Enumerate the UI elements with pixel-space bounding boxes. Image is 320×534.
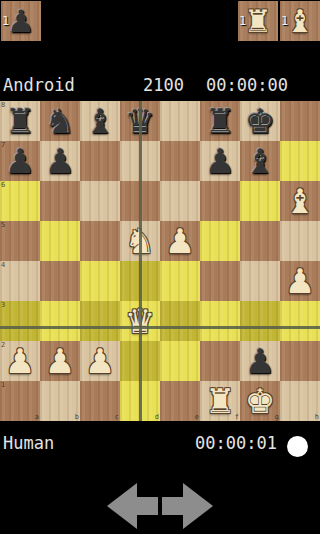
bottom-player-row: Human 00:00:01: [0, 433, 320, 457]
rank-label: 4: [1, 262, 5, 269]
captured-by-white-tray: 1♟: [0, 0, 120, 42]
square-f6[interactable]: [200, 181, 240, 221]
square-h7[interactable]: [280, 141, 320, 181]
square-a5[interactable]: 5: [0, 221, 40, 261]
captured-tile-white-rook: 1♜: [238, 1, 278, 41]
left-arrow-icon: [107, 483, 137, 529]
bottom-player-clock: 00:00:01: [195, 433, 277, 453]
chess-app-screen: 1♟ 1♜1♝ Android 2100 00:00:00 8♜♞♝♛♜♚7♟♟…: [0, 0, 320, 534]
square-h1[interactable]: h: [280, 381, 320, 421]
square-c7[interactable]: [80, 141, 120, 181]
black-bishop-g7: ♝: [240, 141, 280, 181]
right-arrow-icon: [183, 483, 213, 529]
top-player-clock: 00:00:00: [206, 75, 288, 95]
black-pawn-f7: ♟: [200, 141, 240, 181]
square-a4[interactable]: 4: [0, 261, 40, 301]
white-knight-d5: ♞: [120, 221, 160, 261]
square-c3[interactable]: [80, 301, 120, 341]
square-b2[interactable]: ♟: [40, 341, 80, 381]
square-g4[interactable]: [240, 261, 280, 301]
captured-by-black-tray: 1♜1♝: [200, 0, 320, 42]
square-e8[interactable]: [160, 101, 200, 141]
square-f3[interactable]: [200, 301, 240, 341]
square-g1[interactable]: g♚: [240, 381, 280, 421]
square-d2[interactable]: [120, 341, 160, 381]
white-bishop-h6: ♝: [280, 181, 320, 221]
rank-label: 5: [1, 222, 5, 229]
square-h8[interactable]: [280, 101, 320, 141]
square-g5[interactable]: [240, 221, 280, 261]
square-f7[interactable]: ♟: [200, 141, 240, 181]
square-e6[interactable]: [160, 181, 200, 221]
next-move-button[interactable]: [162, 483, 213, 529]
square-d7[interactable]: [120, 141, 160, 181]
square-d8[interactable]: ♛: [120, 101, 160, 141]
square-d3[interactable]: ♛: [120, 301, 160, 341]
square-b5[interactable]: [40, 221, 80, 261]
square-g6[interactable]: [240, 181, 280, 221]
white-rook-icon: ♜: [238, 1, 278, 41]
black-pawn-icon: ♟: [1, 1, 41, 41]
square-b3[interactable]: [40, 301, 80, 341]
square-e3[interactable]: [160, 301, 200, 341]
white-pawn-b2: ♟: [40, 341, 80, 381]
square-c5[interactable]: [80, 221, 120, 261]
black-queen-d8: ♛: [120, 101, 160, 141]
square-e4[interactable]: [160, 261, 200, 301]
black-pawn-b7: ♟: [40, 141, 80, 181]
square-a3[interactable]: 3: [0, 301, 40, 341]
square-b7[interactable]: ♟: [40, 141, 80, 181]
square-f8[interactable]: ♜: [200, 101, 240, 141]
square-f5[interactable]: [200, 221, 240, 261]
square-b1[interactable]: b: [40, 381, 80, 421]
rank-label: 6: [1, 182, 5, 189]
file-label: h: [315, 414, 319, 421]
square-b4[interactable]: [40, 261, 80, 301]
square-h2[interactable]: [280, 341, 320, 381]
file-label: c: [115, 414, 119, 421]
square-g7[interactable]: ♝: [240, 141, 280, 181]
square-g3[interactable]: [240, 301, 280, 341]
white-rook-f1: ♜: [200, 381, 240, 421]
square-h5[interactable]: [280, 221, 320, 261]
top-player-name: Android: [3, 75, 75, 95]
engine-rating: 2100: [143, 75, 184, 95]
file-label: d: [155, 414, 159, 421]
top-player-row: Android 2100 00:00:00: [0, 75, 320, 99]
black-rook-a8: ♜: [0, 101, 40, 141]
square-a7[interactable]: 7♟: [0, 141, 40, 181]
white-king-g1: ♚: [240, 381, 280, 421]
rank-label: 1: [1, 382, 5, 389]
rank-label: 3: [1, 302, 5, 309]
square-c8[interactable]: ♝: [80, 101, 120, 141]
black-pawn-g2: ♟: [240, 341, 280, 381]
black-king-g8: ♚: [240, 101, 280, 141]
square-d4[interactable]: [120, 261, 160, 301]
file-label: a: [35, 414, 39, 421]
square-h3[interactable]: [280, 301, 320, 341]
square-e7[interactable]: [160, 141, 200, 181]
square-h6[interactable]: ♝: [280, 181, 320, 221]
square-e5[interactable]: ♟: [160, 221, 200, 261]
square-a6[interactable]: 6: [0, 181, 40, 221]
square-a8[interactable]: 8♜: [0, 101, 40, 141]
side-to-move-indicator: [287, 436, 308, 457]
square-a1[interactable]: 1a: [0, 381, 40, 421]
square-g8[interactable]: ♚: [240, 101, 280, 141]
square-f1[interactable]: f♜: [200, 381, 240, 421]
square-d6[interactable]: [120, 181, 160, 221]
white-pawn-a2: ♟: [0, 341, 40, 381]
square-f4[interactable]: [200, 261, 240, 301]
square-g2[interactable]: ♟: [240, 341, 280, 381]
captured-tile-black-pawn: 1♟: [1, 1, 41, 41]
square-d1[interactable]: d: [120, 381, 160, 421]
square-f2[interactable]: [200, 341, 240, 381]
white-pawn-h4: ♟: [280, 261, 320, 301]
square-e2[interactable]: [160, 341, 200, 381]
white-pawn-e5: ♟: [160, 221, 200, 261]
white-pawn-c2: ♟: [80, 341, 120, 381]
chess-board[interactable]: 8♜♞♝♛♜♚7♟♟♟♝6♝5♞♟4♟3♛2♟♟♟♟1abcdef♜g♚h: [0, 101, 320, 421]
white-bishop-icon: ♝: [280, 1, 320, 41]
square-b6[interactable]: [40, 181, 80, 221]
white-queen-d3: ♛: [120, 301, 160, 341]
square-b8[interactable]: ♞: [40, 101, 80, 141]
black-bishop-c8: ♝: [80, 101, 120, 141]
square-e1[interactable]: e: [160, 381, 200, 421]
square-c4[interactable]: [80, 261, 120, 301]
square-h4[interactable]: ♟: [280, 261, 320, 301]
square-c1[interactable]: c: [80, 381, 120, 421]
black-knight-b8: ♞: [40, 101, 80, 141]
captured-tile-white-bishop: 1♝: [280, 1, 320, 41]
square-c6[interactable]: [80, 181, 120, 221]
bottom-player-name: Human: [3, 433, 54, 453]
file-label: b: [75, 414, 79, 421]
square-c2[interactable]: ♟: [80, 341, 120, 381]
black-pawn-a7: ♟: [0, 141, 40, 181]
square-a2[interactable]: 2♟: [0, 341, 40, 381]
black-rook-f8: ♜: [200, 101, 240, 141]
previous-move-button[interactable]: [107, 483, 158, 529]
move-navigation: [107, 483, 213, 529]
file-label: e: [195, 414, 199, 421]
square-d5[interactable]: ♞: [120, 221, 160, 261]
